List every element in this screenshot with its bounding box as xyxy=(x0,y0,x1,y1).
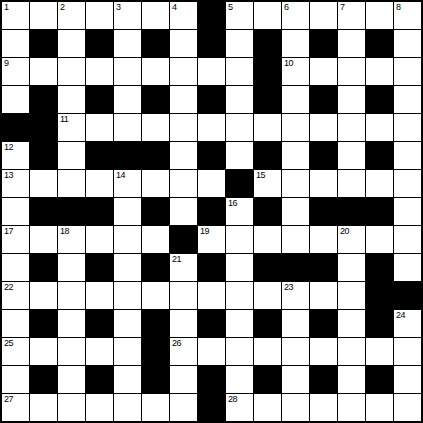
clue-number-21: 21 xyxy=(172,255,181,264)
white-cell-r0c3[interactable] xyxy=(86,2,114,30)
white-cell-r2c14[interactable] xyxy=(394,58,422,86)
black-cell-r11c3 xyxy=(86,310,114,338)
black-cell-r9c11 xyxy=(310,254,338,282)
black-cell-r3c11 xyxy=(310,86,338,114)
white-cell-r5c14[interactable] xyxy=(394,142,422,170)
white-cell-r8c0[interactable]: 17 xyxy=(2,226,30,254)
white-cell-r8c2[interactable]: 18 xyxy=(58,226,86,254)
white-cell-r10c4[interactable] xyxy=(114,282,142,310)
white-cell-r2c7[interactable] xyxy=(198,58,226,86)
black-cell-r1c1 xyxy=(30,30,58,58)
black-cell-r6c8 xyxy=(226,170,254,198)
white-cell-r12c1[interactable] xyxy=(30,338,58,366)
black-cell-r13c11 xyxy=(310,366,338,394)
clue-number-17: 17 xyxy=(4,227,13,236)
white-cell-r12c6[interactable]: 26 xyxy=(170,338,198,366)
black-cell-r2c9 xyxy=(254,58,282,86)
clue-number-22: 22 xyxy=(4,283,13,292)
white-cell-r9c2[interactable] xyxy=(58,254,86,282)
white-cell-r6c3[interactable] xyxy=(86,170,114,198)
black-cell-r9c9 xyxy=(254,254,282,282)
white-cell-r5c10[interactable] xyxy=(282,142,310,170)
black-cell-r11c11 xyxy=(310,310,338,338)
crossword-puzzle: 1234567891011121314151617181920212223242… xyxy=(0,0,423,423)
white-cell-r5c8[interactable] xyxy=(226,142,254,170)
white-cell-r6c0[interactable]: 13 xyxy=(2,170,30,198)
clue-number-16: 16 xyxy=(228,199,237,208)
white-cell-r8c1[interactable] xyxy=(30,226,58,254)
black-cell-r1c7 xyxy=(198,30,226,58)
black-cell-r11c5 xyxy=(142,310,170,338)
black-cell-r9c1 xyxy=(30,254,58,282)
white-cell-r13c2[interactable] xyxy=(58,366,86,394)
white-cell-r12c4[interactable] xyxy=(114,338,142,366)
black-cell-r0c7 xyxy=(198,2,226,30)
white-cell-r12c0[interactable]: 25 xyxy=(2,338,30,366)
black-cell-r5c7 xyxy=(198,142,226,170)
clue-number-6: 6 xyxy=(284,3,289,12)
white-cell-r12c10[interactable] xyxy=(282,338,310,366)
white-cell-r5c2[interactable] xyxy=(58,142,86,170)
white-cell-r0c1[interactable] xyxy=(30,2,58,30)
black-cell-r9c5 xyxy=(142,254,170,282)
clue-number-23: 23 xyxy=(284,283,293,292)
black-cell-r7c9 xyxy=(254,198,282,226)
white-cell-r4c12[interactable] xyxy=(338,114,366,142)
white-cell-r2c11[interactable] xyxy=(310,58,338,86)
black-cell-r13c3 xyxy=(86,366,114,394)
clue-number-20: 20 xyxy=(340,227,349,236)
white-cell-r11c0[interactable] xyxy=(2,310,30,338)
white-cell-r4c6[interactable] xyxy=(170,114,198,142)
white-cell-r10c2[interactable] xyxy=(58,282,86,310)
white-cell-r8c9[interactable] xyxy=(254,226,282,254)
white-cell-r4c11[interactable] xyxy=(310,114,338,142)
clue-number-28: 28 xyxy=(228,395,237,404)
clue-number-1: 1 xyxy=(4,3,9,12)
black-cell-r9c7 xyxy=(198,254,226,282)
white-cell-r3c6[interactable] xyxy=(170,86,198,114)
white-cell-r3c12[interactable] xyxy=(338,86,366,114)
white-cell-r6c1[interactable] xyxy=(30,170,58,198)
black-cell-r5c11 xyxy=(310,142,338,170)
black-cell-r8c6 xyxy=(170,226,198,254)
clue-number-18: 18 xyxy=(60,227,69,236)
clue-number-8: 8 xyxy=(396,3,401,12)
white-cell-r14c0[interactable]: 27 xyxy=(2,394,30,422)
clue-number-27: 27 xyxy=(4,395,13,404)
white-cell-r6c14[interactable] xyxy=(394,170,422,198)
white-cell-r6c2[interactable] xyxy=(58,170,86,198)
black-cell-r13c5 xyxy=(142,366,170,394)
white-cell-r12c2[interactable] xyxy=(58,338,86,366)
white-cell-r6c7[interactable] xyxy=(198,170,226,198)
black-cell-r11c13 xyxy=(366,310,394,338)
white-cell-r6c13[interactable] xyxy=(366,170,394,198)
black-cell-r3c1 xyxy=(30,86,58,114)
white-cell-r14c10[interactable] xyxy=(282,394,310,422)
black-cell-r11c9 xyxy=(254,310,282,338)
white-cell-r11c4[interactable] xyxy=(114,310,142,338)
black-cell-r1c3 xyxy=(86,30,114,58)
white-cell-r10c11[interactable] xyxy=(310,282,338,310)
white-cell-r0c9[interactable] xyxy=(254,2,282,30)
clue-number-26: 26 xyxy=(172,339,181,348)
white-cell-r1c8[interactable] xyxy=(226,30,254,58)
white-cell-r10c9[interactable] xyxy=(254,282,282,310)
black-cell-r1c11 xyxy=(310,30,338,58)
white-cell-r3c8[interactable] xyxy=(226,86,254,114)
clue-number-15: 15 xyxy=(256,171,265,180)
clue-number-5: 5 xyxy=(228,3,233,12)
white-cell-r6c9[interactable]: 15 xyxy=(254,170,282,198)
black-cell-r1c5 xyxy=(142,30,170,58)
white-cell-r8c3[interactable] xyxy=(86,226,114,254)
white-cell-r14c12[interactable] xyxy=(338,394,366,422)
white-cell-r0c6[interactable]: 4 xyxy=(170,2,198,30)
white-cell-r11c12[interactable] xyxy=(338,310,366,338)
white-cell-r4c4[interactable] xyxy=(114,114,142,142)
clue-number-10: 10 xyxy=(284,59,293,68)
white-cell-r0c14[interactable]: 8 xyxy=(394,2,422,30)
crossword-board: 1234567891011121314151617181920212223242… xyxy=(0,0,423,423)
black-cell-r1c13 xyxy=(366,30,394,58)
white-cell-r12c7[interactable] xyxy=(198,338,226,366)
white-cell-r1c4[interactable] xyxy=(114,30,142,58)
white-cell-r2c0[interactable]: 9 xyxy=(2,58,30,86)
clue-number-3: 3 xyxy=(116,3,121,12)
black-cell-r7c3 xyxy=(86,198,114,226)
white-cell-r7c0[interactable] xyxy=(2,198,30,226)
white-cell-r8c5[interactable] xyxy=(142,226,170,254)
white-cell-r6c6[interactable] xyxy=(170,170,198,198)
white-cell-r2c10[interactable]: 10 xyxy=(282,58,310,86)
white-cell-r4c7[interactable] xyxy=(198,114,226,142)
white-cell-r0c12[interactable]: 7 xyxy=(338,2,366,30)
white-cell-r2c12[interactable] xyxy=(338,58,366,86)
white-cell-r14c13[interactable] xyxy=(366,394,394,422)
white-cell-r6c4[interactable]: 14 xyxy=(114,170,142,198)
black-cell-r3c13 xyxy=(366,86,394,114)
white-cell-r13c12[interactable] xyxy=(338,366,366,394)
black-cell-r10c14 xyxy=(394,282,422,310)
black-cell-r5c1 xyxy=(30,142,58,170)
black-cell-r10c13 xyxy=(366,282,394,310)
white-cell-r10c12[interactable] xyxy=(338,282,366,310)
white-cell-r3c2[interactable] xyxy=(58,86,86,114)
white-cell-r7c8[interactable]: 16 xyxy=(226,198,254,226)
white-cell-r2c4[interactable] xyxy=(114,58,142,86)
white-cell-r2c2[interactable] xyxy=(58,58,86,86)
white-cell-r14c3[interactable] xyxy=(86,394,114,422)
black-cell-r13c7 xyxy=(198,366,226,394)
white-cell-r8c8[interactable] xyxy=(226,226,254,254)
white-cell-r14c5[interactable] xyxy=(142,394,170,422)
white-cell-r4c10[interactable] xyxy=(282,114,310,142)
white-cell-r13c6[interactable] xyxy=(170,366,198,394)
white-cell-r10c5[interactable] xyxy=(142,282,170,310)
white-cell-r11c14[interactable]: 24 xyxy=(394,310,422,338)
clue-number-9: 9 xyxy=(4,59,9,68)
white-cell-r4c2[interactable]: 11 xyxy=(58,114,86,142)
white-cell-r3c0[interactable] xyxy=(2,86,30,114)
white-cell-r8c11[interactable] xyxy=(310,226,338,254)
black-cell-r4c0 xyxy=(2,114,30,142)
black-cell-r9c13 xyxy=(366,254,394,282)
black-cell-r5c13 xyxy=(366,142,394,170)
black-cell-r11c1 xyxy=(30,310,58,338)
white-cell-r13c0[interactable] xyxy=(2,366,30,394)
white-cell-r5c12[interactable] xyxy=(338,142,366,170)
white-cell-r2c13[interactable] xyxy=(366,58,394,86)
white-cell-r12c14[interactable] xyxy=(394,338,422,366)
white-cell-r0c10[interactable]: 6 xyxy=(282,2,310,30)
black-cell-r7c7 xyxy=(198,198,226,226)
black-cell-r9c3 xyxy=(86,254,114,282)
white-cell-r2c3[interactable] xyxy=(86,58,114,86)
black-cell-r3c9 xyxy=(254,86,282,114)
black-cell-r11c7 xyxy=(198,310,226,338)
black-cell-r9c10 xyxy=(282,254,310,282)
white-cell-r14c11[interactable] xyxy=(310,394,338,422)
white-cell-r11c2[interactable] xyxy=(58,310,86,338)
white-cell-r0c0[interactable]: 1 xyxy=(2,2,30,30)
clue-number-13: 13 xyxy=(4,171,13,180)
white-cell-r0c11[interactable] xyxy=(310,2,338,30)
white-cell-r14c14[interactable] xyxy=(394,394,422,422)
clue-number-12: 12 xyxy=(4,143,13,152)
white-cell-r5c6[interactable] xyxy=(170,142,198,170)
white-cell-r11c8[interactable] xyxy=(226,310,254,338)
white-cell-r0c13[interactable] xyxy=(366,2,394,30)
white-cell-r10c7[interactable] xyxy=(198,282,226,310)
white-cell-r2c5[interactable] xyxy=(142,58,170,86)
white-cell-r1c0[interactable] xyxy=(2,30,30,58)
white-cell-r12c11[interactable] xyxy=(310,338,338,366)
white-cell-r14c2[interactable] xyxy=(58,394,86,422)
white-cell-r7c4[interactable] xyxy=(114,198,142,226)
white-cell-r6c10[interactable] xyxy=(282,170,310,198)
black-cell-r5c4 xyxy=(114,142,142,170)
white-cell-r9c4[interactable] xyxy=(114,254,142,282)
black-cell-r7c5 xyxy=(142,198,170,226)
white-cell-r10c1[interactable] xyxy=(30,282,58,310)
black-cell-r7c1 xyxy=(30,198,58,226)
white-cell-r2c1[interactable] xyxy=(30,58,58,86)
white-cell-r8c13[interactable] xyxy=(366,226,394,254)
black-cell-r3c3 xyxy=(86,86,114,114)
white-cell-r7c14[interactable] xyxy=(394,198,422,226)
white-cell-r10c3[interactable] xyxy=(86,282,114,310)
white-cell-r7c6[interactable] xyxy=(170,198,198,226)
white-cell-r12c12[interactable] xyxy=(338,338,366,366)
white-cell-r1c6[interactable] xyxy=(170,30,198,58)
white-cell-r9c6[interactable]: 21 xyxy=(170,254,198,282)
white-cell-r6c11[interactable] xyxy=(310,170,338,198)
white-cell-r14c8[interactable]: 28 xyxy=(226,394,254,422)
white-cell-r1c14[interactable] xyxy=(394,30,422,58)
white-cell-r10c6[interactable] xyxy=(170,282,198,310)
white-cell-r4c3[interactable] xyxy=(86,114,114,142)
white-cell-r3c10[interactable] xyxy=(282,86,310,114)
white-cell-r2c8[interactable] xyxy=(226,58,254,86)
white-cell-r4c5[interactable] xyxy=(142,114,170,142)
black-cell-r7c12 xyxy=(338,198,366,226)
white-cell-r9c14[interactable] xyxy=(394,254,422,282)
clue-number-14: 14 xyxy=(116,171,125,180)
white-cell-r6c5[interactable] xyxy=(142,170,170,198)
clue-number-19: 19 xyxy=(200,227,209,236)
clue-number-24: 24 xyxy=(396,311,405,320)
black-cell-r13c13 xyxy=(366,366,394,394)
black-cell-r7c2 xyxy=(58,198,86,226)
white-cell-r3c14[interactable] xyxy=(394,86,422,114)
white-cell-r1c12[interactable] xyxy=(338,30,366,58)
white-cell-r13c8[interactable] xyxy=(226,366,254,394)
white-cell-r14c4[interactable] xyxy=(114,394,142,422)
clue-number-4: 4 xyxy=(172,3,177,12)
white-cell-r11c6[interactable] xyxy=(170,310,198,338)
white-cell-r0c8[interactable]: 5 xyxy=(226,2,254,30)
white-cell-r3c4[interactable] xyxy=(114,86,142,114)
black-cell-r7c11 xyxy=(310,198,338,226)
white-cell-r12c3[interactable] xyxy=(86,338,114,366)
white-cell-r10c8[interactable] xyxy=(226,282,254,310)
white-cell-r12c9[interactable] xyxy=(254,338,282,366)
white-cell-r12c13[interactable] xyxy=(366,338,394,366)
white-cell-r8c4[interactable] xyxy=(114,226,142,254)
black-cell-r7c13 xyxy=(366,198,394,226)
clue-number-11: 11 xyxy=(60,115,68,124)
white-cell-r10c0[interactable]: 22 xyxy=(2,282,30,310)
white-cell-r13c14[interactable] xyxy=(394,366,422,394)
black-cell-r14c7 xyxy=(198,394,226,422)
white-cell-r9c8[interactable] xyxy=(226,254,254,282)
black-cell-r5c3 xyxy=(86,142,114,170)
white-cell-r9c0[interactable] xyxy=(2,254,30,282)
white-cell-r11c10[interactable] xyxy=(282,310,310,338)
white-cell-r14c1[interactable] xyxy=(30,394,58,422)
black-cell-r3c5 xyxy=(142,86,170,114)
white-cell-r9c12[interactable] xyxy=(338,254,366,282)
white-cell-r14c6[interactable] xyxy=(170,394,198,422)
white-cell-r8c7[interactable]: 19 xyxy=(198,226,226,254)
black-cell-r4c1 xyxy=(30,114,58,142)
white-cell-r6c12[interactable] xyxy=(338,170,366,198)
white-cell-r8c14[interactable] xyxy=(394,226,422,254)
white-cell-r13c4[interactable] xyxy=(114,366,142,394)
black-cell-r5c9 xyxy=(254,142,282,170)
white-cell-r4c13[interactable] xyxy=(366,114,394,142)
white-cell-r10c10[interactable]: 23 xyxy=(282,282,310,310)
clue-number-7: 7 xyxy=(340,3,345,12)
white-cell-r5c0[interactable]: 12 xyxy=(2,142,30,170)
white-cell-r14c9[interactable] xyxy=(254,394,282,422)
black-cell-r13c1 xyxy=(30,366,58,394)
black-cell-r5c5 xyxy=(142,142,170,170)
black-cell-r12c5 xyxy=(142,338,170,366)
white-cell-r4c9[interactable] xyxy=(254,114,282,142)
white-cell-r1c10[interactable] xyxy=(282,30,310,58)
white-cell-r8c10[interactable] xyxy=(282,226,310,254)
white-cell-r1c2[interactable] xyxy=(58,30,86,58)
white-cell-r0c4[interactable]: 3 xyxy=(114,2,142,30)
white-cell-r13c10[interactable] xyxy=(282,366,310,394)
white-cell-r12c8[interactable] xyxy=(226,338,254,366)
white-cell-r2c6[interactable] xyxy=(170,58,198,86)
clue-number-25: 25 xyxy=(4,339,13,348)
white-cell-r4c8[interactable] xyxy=(226,114,254,142)
black-cell-r1c9 xyxy=(254,30,282,58)
black-cell-r3c7 xyxy=(198,86,226,114)
white-cell-r0c2[interactable]: 2 xyxy=(58,2,86,30)
white-cell-r8c12[interactable]: 20 xyxy=(338,226,366,254)
clue-number-2: 2 xyxy=(60,3,65,12)
white-cell-r4c14[interactable] xyxy=(394,114,422,142)
white-cell-r7c10[interactable] xyxy=(282,198,310,226)
white-cell-r0c5[interactable] xyxy=(142,2,170,30)
black-cell-r13c9 xyxy=(254,366,282,394)
